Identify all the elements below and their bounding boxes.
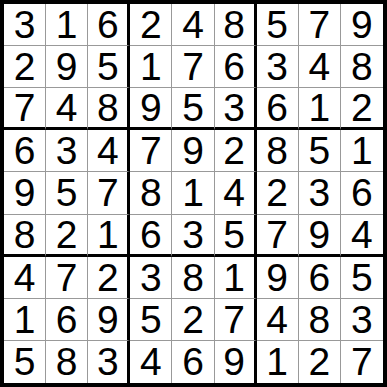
cell-r6c1[interactable]: 8 xyxy=(4,215,46,257)
cell-r1c8[interactable]: 7 xyxy=(299,4,341,46)
cell-r6c4[interactable]: 6 xyxy=(130,215,172,257)
cell-r5c6[interactable]: 4 xyxy=(215,172,257,214)
cell-r7c4[interactable]: 3 xyxy=(130,257,172,299)
cell-r5c8[interactable]: 3 xyxy=(299,172,341,214)
cell-r6c9[interactable]: 4 xyxy=(341,215,383,257)
cell-r7c3[interactable]: 2 xyxy=(88,257,130,299)
cell-r3c2[interactable]: 4 xyxy=(46,88,88,130)
cell-r2c8[interactable]: 4 xyxy=(299,46,341,88)
cell-r9c4[interactable]: 4 xyxy=(130,341,172,383)
cell-r1c6[interactable]: 8 xyxy=(215,4,257,46)
cell-r5c7[interactable]: 2 xyxy=(257,172,299,214)
cell-r4c9[interactable]: 1 xyxy=(341,130,383,172)
cell-r2c9[interactable]: 8 xyxy=(341,46,383,88)
cell-r8c9[interactable]: 3 xyxy=(341,299,383,341)
cell-r5c9[interactable]: 6 xyxy=(341,172,383,214)
cell-r8c5[interactable]: 2 xyxy=(172,299,214,341)
cell-r8c7[interactable]: 4 xyxy=(257,299,299,341)
sudoku-board: 3162485792951763487489536126347928519578… xyxy=(0,0,387,387)
cell-r9c6[interactable]: 9 xyxy=(215,341,257,383)
cell-r2c2[interactable]: 9 xyxy=(46,46,88,88)
cell-r6c5[interactable]: 3 xyxy=(172,215,214,257)
cell-r2c7[interactable]: 3 xyxy=(257,46,299,88)
cell-r7c6[interactable]: 1 xyxy=(215,257,257,299)
cell-r1c7[interactable]: 5 xyxy=(257,4,299,46)
cell-r8c4[interactable]: 5 xyxy=(130,299,172,341)
cell-r1c5[interactable]: 4 xyxy=(172,4,214,46)
cell-r8c6[interactable]: 7 xyxy=(215,299,257,341)
cell-r4c3[interactable]: 4 xyxy=(88,130,130,172)
cell-r7c7[interactable]: 9 xyxy=(257,257,299,299)
cell-r4c2[interactable]: 3 xyxy=(46,130,88,172)
cell-r1c9[interactable]: 9 xyxy=(341,4,383,46)
cell-r6c8[interactable]: 9 xyxy=(299,215,341,257)
cell-r3c6[interactable]: 3 xyxy=(215,88,257,130)
cell-r3c4[interactable]: 9 xyxy=(130,88,172,130)
cell-r2c4[interactable]: 1 xyxy=(130,46,172,88)
cell-r6c2[interactable]: 2 xyxy=(46,215,88,257)
cell-r9c1[interactable]: 5 xyxy=(4,341,46,383)
cell-r8c1[interactable]: 1 xyxy=(4,299,46,341)
cell-r3c9[interactable]: 2 xyxy=(341,88,383,130)
cell-r8c3[interactable]: 9 xyxy=(88,299,130,341)
cell-r5c5[interactable]: 1 xyxy=(172,172,214,214)
cell-r9c2[interactable]: 8 xyxy=(46,341,88,383)
cell-r2c1[interactable]: 2 xyxy=(4,46,46,88)
cell-r3c8[interactable]: 1 xyxy=(299,88,341,130)
cell-r1c3[interactable]: 6 xyxy=(88,4,130,46)
cell-r4c7[interactable]: 8 xyxy=(257,130,299,172)
cell-r6c6[interactable]: 5 xyxy=(215,215,257,257)
cell-r2c3[interactable]: 5 xyxy=(88,46,130,88)
cell-r2c6[interactable]: 6 xyxy=(215,46,257,88)
cell-r7c8[interactable]: 6 xyxy=(299,257,341,299)
cell-r4c6[interactable]: 2 xyxy=(215,130,257,172)
cell-r1c1[interactable]: 3 xyxy=(4,4,46,46)
cell-r9c9[interactable]: 7 xyxy=(341,341,383,383)
cell-r5c1[interactable]: 9 xyxy=(4,172,46,214)
cell-r4c1[interactable]: 6 xyxy=(4,130,46,172)
cell-r5c3[interactable]: 7 xyxy=(88,172,130,214)
cell-r9c3[interactable]: 3 xyxy=(88,341,130,383)
cell-r7c9[interactable]: 5 xyxy=(341,257,383,299)
cell-r2c5[interactable]: 7 xyxy=(172,46,214,88)
cell-r9c8[interactable]: 2 xyxy=(299,341,341,383)
cell-r4c4[interactable]: 7 xyxy=(130,130,172,172)
cell-r9c7[interactable]: 1 xyxy=(257,341,299,383)
cell-r8c2[interactable]: 6 xyxy=(46,299,88,341)
cell-r6c3[interactable]: 1 xyxy=(88,215,130,257)
cell-r1c2[interactable]: 1 xyxy=(46,4,88,46)
cell-r7c5[interactable]: 8 xyxy=(172,257,214,299)
cell-r7c2[interactable]: 7 xyxy=(46,257,88,299)
cell-r4c5[interactable]: 9 xyxy=(172,130,214,172)
cell-r7c1[interactable]: 4 xyxy=(4,257,46,299)
cell-r1c4[interactable]: 2 xyxy=(130,4,172,46)
cell-r3c1[interactable]: 7 xyxy=(4,88,46,130)
cell-r9c5[interactable]: 6 xyxy=(172,341,214,383)
cell-r3c3[interactable]: 8 xyxy=(88,88,130,130)
cell-r5c2[interactable]: 5 xyxy=(46,172,88,214)
cell-r6c7[interactable]: 7 xyxy=(257,215,299,257)
cell-r8c8[interactable]: 8 xyxy=(299,299,341,341)
cell-r4c8[interactable]: 5 xyxy=(299,130,341,172)
cell-r5c4[interactable]: 8 xyxy=(130,172,172,214)
cell-r3c7[interactable]: 6 xyxy=(257,88,299,130)
cell-r3c5[interactable]: 5 xyxy=(172,88,214,130)
